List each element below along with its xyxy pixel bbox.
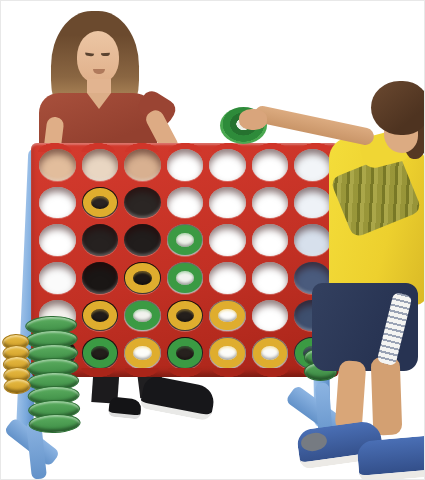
disc-green[interactable] — [83, 338, 118, 368]
cell-r1c6[interactable] — [250, 147, 291, 183]
hole — [167, 224, 204, 256]
hole — [294, 224, 331, 256]
disc-stack-green-left[interactable] — [25, 320, 81, 434]
hole — [209, 224, 246, 256]
woman-eye-left — [85, 52, 94, 56]
hole — [209, 300, 246, 332]
hole — [252, 187, 289, 219]
hole — [167, 262, 204, 294]
cell-r1c2[interactable] — [80, 147, 121, 183]
disc-yellow[interactable] — [210, 301, 245, 331]
cell-r1c7[interactable] — [292, 147, 333, 183]
cell-r2c1[interactable] — [37, 185, 78, 221]
cell-r3c1[interactable] — [37, 222, 78, 258]
cell-r3c5[interactable] — [207, 222, 248, 258]
hole — [82, 149, 119, 181]
disc-yellow[interactable] — [83, 188, 118, 218]
cell-r5c2[interactable] — [80, 298, 121, 334]
hole — [82, 262, 119, 294]
cell-r1c1[interactable] — [37, 147, 78, 183]
hole — [294, 149, 331, 181]
woman-eye-right — [101, 53, 110, 57]
cell-r5c6[interactable] — [250, 298, 291, 334]
hole — [124, 224, 161, 256]
cell-r4c2[interactable] — [80, 260, 121, 296]
disc-green[interactable] — [168, 263, 203, 293]
cell-r1c5[interactable] — [207, 147, 248, 183]
hole — [82, 224, 119, 256]
hole — [39, 149, 76, 181]
disc-yellow[interactable] — [168, 301, 203, 331]
hole — [167, 187, 204, 219]
boy-shoe — [356, 434, 425, 480]
cell-r4c6[interactable] — [250, 260, 291, 296]
cell-r5c5[interactable] — [207, 298, 248, 334]
hole — [167, 149, 204, 181]
hole — [252, 300, 289, 332]
disc-green[interactable] — [168, 338, 203, 368]
cell-r2c6[interactable] — [250, 185, 291, 221]
cell-r6c2[interactable] — [80, 335, 121, 371]
hole — [82, 300, 119, 332]
cell-r6c5[interactable] — [207, 335, 248, 371]
cell-r1c4[interactable] — [165, 147, 206, 183]
boy-hair — [371, 81, 425, 135]
board-grid — [37, 147, 333, 371]
woman-shoe — [108, 396, 142, 419]
disc-yellow[interactable] — [125, 263, 160, 293]
cell-r2c2[interactable] — [80, 185, 121, 221]
hole — [124, 187, 161, 219]
hole — [167, 300, 204, 332]
cell-r3c7[interactable] — [292, 222, 333, 258]
hole — [124, 262, 161, 294]
cell-r2c3[interactable] — [122, 185, 163, 221]
boy-leg — [371, 357, 403, 436]
cell-r4c4[interactable] — [165, 260, 206, 296]
hole — [209, 149, 246, 181]
hole — [209, 262, 246, 294]
disc-yellow[interactable] — [125, 338, 160, 368]
hole — [124, 300, 161, 332]
woman-face — [77, 31, 119, 83]
boy-hand — [239, 109, 267, 130]
disc-yellow[interactable] — [83, 301, 118, 331]
cell-r6c3[interactable] — [122, 335, 163, 371]
stacked-disc[interactable] — [3, 378, 31, 395]
hole — [39, 224, 76, 256]
cell-r3c3[interactable] — [122, 222, 163, 258]
product-photo — [0, 0, 425, 480]
cell-r1c3[interactable] — [122, 147, 163, 183]
cell-r3c2[interactable] — [80, 222, 121, 258]
hole — [252, 224, 289, 256]
cell-r2c4[interactable] — [165, 185, 206, 221]
cell-r2c5[interactable] — [207, 185, 248, 221]
cell-r2c7[interactable] — [292, 185, 333, 221]
cell-r4c5[interactable] — [207, 260, 248, 296]
hole — [124, 337, 161, 369]
hole — [294, 187, 331, 219]
cell-r4c1[interactable] — [37, 260, 78, 296]
disc-yellow[interactable] — [253, 338, 288, 368]
hole — [252, 262, 289, 294]
hole — [39, 262, 76, 294]
cell-r3c4[interactable] — [165, 222, 206, 258]
hole — [209, 337, 246, 369]
cell-r5c4[interactable] — [165, 298, 206, 334]
stacked-disc[interactable] — [28, 413, 81, 434]
disc-stack-yellow-left[interactable] — [2, 339, 31, 395]
hole — [39, 187, 76, 219]
hole — [167, 337, 204, 369]
cell-r6c6[interactable] — [250, 335, 291, 371]
hole — [124, 149, 161, 181]
hole — [82, 337, 119, 369]
disc-yellow[interactable] — [210, 338, 245, 368]
hole — [82, 187, 119, 219]
hole — [209, 187, 246, 219]
cell-r6c4[interactable] — [165, 335, 206, 371]
hole — [252, 149, 289, 181]
disc-green[interactable] — [125, 301, 160, 331]
disc-green[interactable] — [168, 225, 203, 255]
cell-r4c3[interactable] — [122, 260, 163, 296]
cell-r5c3[interactable] — [122, 298, 163, 334]
hole — [252, 337, 289, 369]
cell-r3c6[interactable] — [250, 222, 291, 258]
